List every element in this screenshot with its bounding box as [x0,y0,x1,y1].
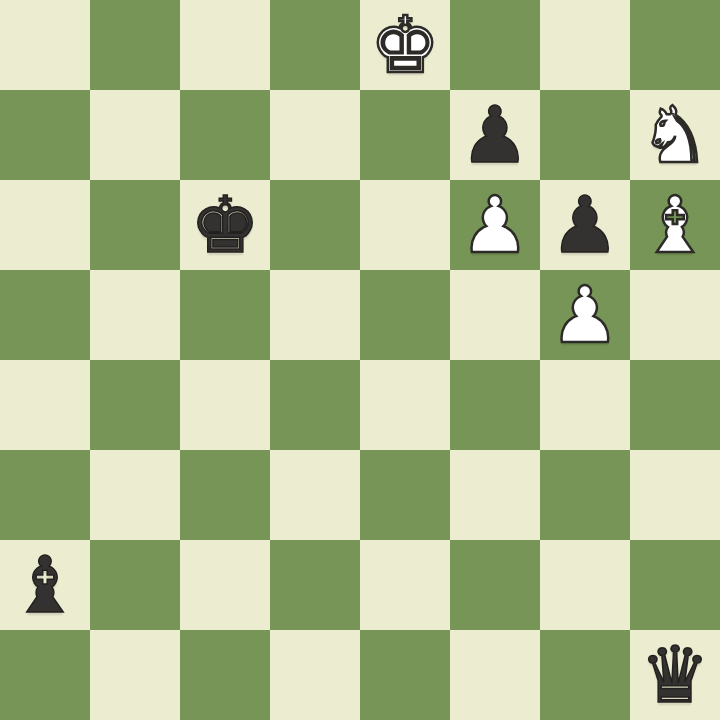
square-g8[interactable] [540,0,630,90]
square-b7[interactable] [90,90,180,180]
square-d1[interactable] [270,630,360,720]
square-a5[interactable] [0,270,90,360]
black-queen[interactable]: ♛ [640,630,710,720]
square-e3[interactable] [360,450,450,540]
square-h1[interactable]: ♛ [630,630,720,720]
square-h2[interactable] [630,540,720,630]
square-f4[interactable] [450,360,540,450]
square-e7[interactable] [360,90,450,180]
square-f6[interactable]: ♟ [450,180,540,270]
square-e6[interactable] [360,180,450,270]
black-pawn[interactable]: ♟ [550,180,620,270]
square-e2[interactable] [360,540,450,630]
square-c5[interactable] [180,270,270,360]
square-c1[interactable] [180,630,270,720]
white-pawn[interactable]: ♟ [550,270,620,360]
square-a4[interactable] [0,360,90,450]
square-a6[interactable] [0,180,90,270]
square-b3[interactable] [90,450,180,540]
square-g3[interactable] [540,450,630,540]
square-e4[interactable] [360,360,450,450]
square-e8[interactable]: ♚ [360,0,450,90]
square-b2[interactable] [90,540,180,630]
square-b1[interactable] [90,630,180,720]
square-g1[interactable] [540,630,630,720]
square-h7[interactable]: ♞ [630,90,720,180]
square-g4[interactable] [540,360,630,450]
square-b5[interactable] [90,270,180,360]
square-a7[interactable] [0,90,90,180]
square-a8[interactable] [0,0,90,90]
square-h5[interactable] [630,270,720,360]
white-knight[interactable]: ♞ [640,90,710,180]
square-d6[interactable] [270,180,360,270]
square-c2[interactable] [180,540,270,630]
square-f3[interactable] [450,450,540,540]
white-pawn[interactable]: ♟ [460,180,530,270]
square-d3[interactable] [270,450,360,540]
square-f2[interactable] [450,540,540,630]
square-f5[interactable] [450,270,540,360]
square-g6[interactable]: ♟ [540,180,630,270]
square-c7[interactable] [180,90,270,180]
square-f1[interactable] [450,630,540,720]
white-king[interactable]: ♚ [370,0,440,90]
square-d2[interactable] [270,540,360,630]
square-c8[interactable] [180,0,270,90]
black-bishop[interactable]: ♝ [10,540,80,630]
square-e1[interactable] [360,630,450,720]
square-b6[interactable] [90,180,180,270]
square-g2[interactable] [540,540,630,630]
chess-board: ♚♟♞♚♟♟♝♟♝♛ [0,0,720,720]
square-d8[interactable] [270,0,360,90]
square-d5[interactable] [270,270,360,360]
square-h6[interactable]: ♝ [630,180,720,270]
square-d4[interactable] [270,360,360,450]
black-pawn[interactable]: ♟ [460,90,530,180]
square-a3[interactable] [0,450,90,540]
square-c6[interactable]: ♚ [180,180,270,270]
square-h8[interactable] [630,0,720,90]
square-c4[interactable] [180,360,270,450]
square-h4[interactable] [630,360,720,450]
square-c3[interactable] [180,450,270,540]
square-d7[interactable] [270,90,360,180]
square-g5[interactable]: ♟ [540,270,630,360]
square-a1[interactable] [0,630,90,720]
white-bishop[interactable]: ♝ [640,180,710,270]
black-king[interactable]: ♚ [190,180,260,270]
square-h3[interactable] [630,450,720,540]
square-g7[interactable] [540,90,630,180]
square-b4[interactable] [90,360,180,450]
square-b8[interactable] [90,0,180,90]
square-f7[interactable]: ♟ [450,90,540,180]
square-a2[interactable]: ♝ [0,540,90,630]
square-e5[interactable] [360,270,450,360]
square-f8[interactable] [450,0,540,90]
